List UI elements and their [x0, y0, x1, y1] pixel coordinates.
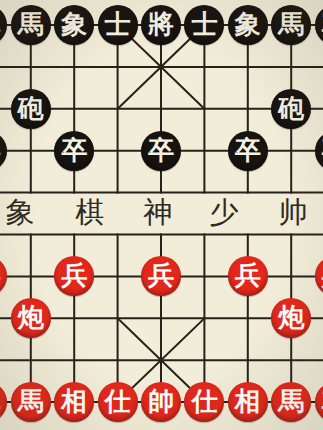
piece-red-soldier[interactable]: 兵	[228, 256, 268, 296]
piece-red-horse[interactable]: 馬	[11, 382, 51, 422]
piece-red-elephant[interactable]: 相	[54, 382, 94, 422]
piece-black-chariot[interactable]: 車	[0, 5, 7, 45]
piece-black-soldier[interactable]: 卒	[141, 131, 181, 171]
piece-black-chariot[interactable]: 車	[315, 5, 323, 45]
piece-red-horse[interactable]: 馬	[271, 382, 311, 422]
piece-black-soldier[interactable]: 卒	[0, 131, 7, 171]
piece-red-soldier[interactable]: 兵	[54, 256, 94, 296]
xiangqi-board[interactable]: 象棋神少帅 車馬象士將士象馬車砲砲卒卒卒卒卒兵兵兵兵兵炮炮車馬相仕帥仕相馬車	[0, 0, 323, 430]
photo-vignette	[0, 0, 323, 430]
piece-red-advisor[interactable]: 仕	[98, 382, 138, 422]
piece-black-advisor[interactable]: 士	[184, 5, 224, 45]
piece-red-elephant[interactable]: 相	[228, 382, 268, 422]
piece-red-general[interactable]: 帥	[141, 382, 181, 422]
piece-red-cannon[interactable]: 炮	[271, 298, 311, 338]
river-watermark-char: 帅	[279, 193, 308, 233]
piece-red-soldier[interactable]: 兵	[141, 256, 181, 296]
piece-black-advisor[interactable]: 士	[98, 5, 138, 45]
piece-black-elephant[interactable]: 象	[54, 5, 94, 45]
piece-black-elephant[interactable]: 象	[228, 5, 268, 45]
piece-black-horse[interactable]: 馬	[11, 5, 51, 45]
piece-red-chariot[interactable]: 車	[315, 382, 323, 422]
piece-black-soldier[interactable]: 卒	[54, 131, 94, 171]
piece-black-soldier[interactable]: 卒	[315, 131, 323, 171]
river-watermark-char: 神	[144, 193, 173, 233]
piece-red-cannon[interactable]: 炮	[11, 298, 51, 338]
river-watermark-char: 少	[210, 193, 239, 233]
piece-red-chariot[interactable]: 車	[0, 382, 7, 422]
piece-red-advisor[interactable]: 仕	[184, 382, 224, 422]
piece-black-cannon[interactable]: 砲	[271, 89, 311, 129]
piece-black-soldier[interactable]: 卒	[228, 131, 268, 171]
board-grid	[0, 0, 323, 430]
piece-black-horse[interactable]: 馬	[271, 5, 311, 45]
river-watermark-char: 象	[6, 193, 35, 233]
river-watermark-char: 棋	[76, 193, 105, 233]
piece-red-soldier[interactable]: 兵	[315, 256, 323, 296]
piece-black-cannon[interactable]: 砲	[11, 89, 51, 129]
piece-red-soldier[interactable]: 兵	[0, 256, 7, 296]
piece-black-general[interactable]: 將	[141, 5, 181, 45]
